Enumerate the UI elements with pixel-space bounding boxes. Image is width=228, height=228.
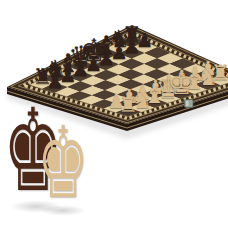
chess-set-product-photo: ♜♞♝♛♚♝♞♜♟♟♟♟♟♟♟♟♟♟♟♟♟♟♟♟♜♞♝♛♚♝♞♜ ♚ ♚ [0,0,228,228]
foreground-light-king-icon: ♚ [37,113,88,212]
clasp [185,100,194,108]
